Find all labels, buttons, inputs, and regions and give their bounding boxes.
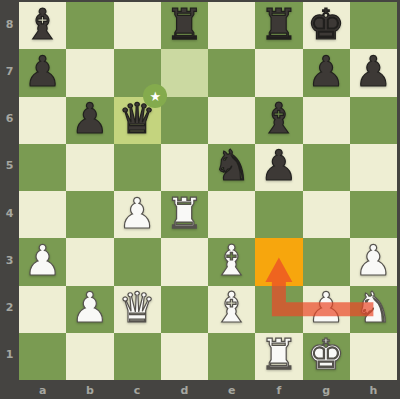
rank-label-8: 8	[0, 18, 19, 31]
square-a4[interactable]	[19, 191, 66, 238]
square-c8[interactable]	[114, 2, 161, 49]
white-queen[interactable]: ♛	[118, 287, 156, 329]
white-pawn[interactable]: ♟	[118, 193, 156, 235]
square-g3[interactable]	[303, 238, 350, 285]
square-a7[interactable]: ♟	[19, 49, 66, 96]
square-e2[interactable]: ♝	[208, 286, 255, 333]
white-bishop[interactable]: ♝	[213, 240, 251, 282]
file-label-f: f	[255, 382, 302, 399]
white-rook[interactable]: ♜	[260, 334, 298, 376]
square-d5[interactable]	[161, 144, 208, 191]
square-c2[interactable]: ♛	[114, 286, 161, 333]
square-h7[interactable]: ♟	[350, 49, 397, 96]
square-b4[interactable]	[66, 191, 113, 238]
square-b2[interactable]: ♟	[66, 286, 113, 333]
square-f1[interactable]: ♜	[255, 333, 302, 380]
white-bishop[interactable]: ♝	[213, 287, 251, 329]
square-h4[interactable]	[350, 191, 397, 238]
square-g1[interactable]: ♚	[303, 333, 350, 380]
square-c1[interactable]	[114, 333, 161, 380]
black-pawn[interactable]: ♟	[71, 98, 109, 140]
file-label-a: a	[19, 382, 66, 399]
black-rook[interactable]: ♜	[260, 4, 298, 46]
star-icon: ★	[149, 89, 161, 102]
square-c5[interactable]	[114, 144, 161, 191]
rank-label-3: 3	[0, 254, 19, 267]
square-b1[interactable]	[66, 333, 113, 380]
square-g7[interactable]: ♟	[303, 49, 350, 96]
rank-label-1: 1	[0, 348, 19, 361]
white-king[interactable]: ♚	[307, 334, 345, 376]
square-f4[interactable]	[255, 191, 302, 238]
square-b5[interactable]	[66, 144, 113, 191]
square-g2[interactable]: ♟	[303, 286, 350, 333]
white-pawn[interactable]: ♟	[355, 240, 393, 282]
square-e5[interactable]: ♞	[208, 144, 255, 191]
black-bishop[interactable]: ♝	[260, 98, 298, 140]
square-g6[interactable]	[303, 97, 350, 144]
black-king[interactable]: ♚	[307, 4, 345, 46]
square-a6[interactable]	[19, 97, 66, 144]
square-e6[interactable]	[208, 97, 255, 144]
square-f2[interactable]	[255, 286, 302, 333]
white-pawn[interactable]: ♟	[24, 240, 62, 282]
square-b8[interactable]	[66, 2, 113, 49]
square-a3[interactable]: ♟	[19, 238, 66, 285]
black-pawn[interactable]: ♟	[260, 145, 298, 187]
file-label-c: c	[114, 382, 161, 399]
file-label-e: e	[208, 382, 255, 399]
square-d8[interactable]: ♜	[161, 2, 208, 49]
rank-label-4: 4	[0, 207, 19, 220]
black-pawn[interactable]: ♟	[355, 51, 393, 93]
square-f6[interactable]: ♝	[255, 97, 302, 144]
square-g4[interactable]	[303, 191, 350, 238]
square-f3[interactable]	[255, 238, 302, 285]
square-e7[interactable]	[208, 49, 255, 96]
rank-label-2: 2	[0, 301, 19, 314]
black-rook[interactable]: ♜	[166, 4, 204, 46]
square-b3[interactable]	[66, 238, 113, 285]
file-label-h: h	[350, 382, 397, 399]
white-rook[interactable]: ♜	[166, 193, 204, 235]
square-f5[interactable]: ♟	[255, 144, 302, 191]
chess-board[interactable]: ♝♜♜♚♟♟♟♟♛♝♞♟♟♜♟♝♟♟♛♝♟♞♜♚	[19, 2, 397, 380]
black-pawn[interactable]: ♟	[307, 51, 345, 93]
square-d4[interactable]: ♜	[161, 191, 208, 238]
square-d6[interactable]	[161, 97, 208, 144]
white-pawn[interactable]: ♟	[307, 287, 345, 329]
square-e1[interactable]	[208, 333, 255, 380]
square-a2[interactable]	[19, 286, 66, 333]
black-knight[interactable]: ♞	[213, 145, 251, 187]
square-b6[interactable]: ♟	[66, 97, 113, 144]
square-d2[interactable]	[161, 286, 208, 333]
square-d7[interactable]	[161, 49, 208, 96]
square-d3[interactable]	[161, 238, 208, 285]
square-a5[interactable]	[19, 144, 66, 191]
white-knight[interactable]: ♞	[355, 287, 393, 329]
square-a8[interactable]: ♝	[19, 2, 66, 49]
file-label-d: d	[161, 382, 208, 399]
chess-board-panel: 87654321 ♝♜♜♚♟♟♟♟♛♝♞♟♟♜♟♝♟♟♛♝♟♞♜♚ abcdef…	[0, 0, 400, 399]
square-e3[interactable]: ♝	[208, 238, 255, 285]
square-e8[interactable]	[208, 2, 255, 49]
square-d1[interactable]	[161, 333, 208, 380]
square-c4[interactable]: ♟	[114, 191, 161, 238]
square-h8[interactable]	[350, 2, 397, 49]
square-f8[interactable]: ♜	[255, 2, 302, 49]
square-a1[interactable]	[19, 333, 66, 380]
square-h1[interactable]	[350, 333, 397, 380]
rank-label-6: 6	[0, 112, 19, 125]
square-b7[interactable]	[66, 49, 113, 96]
black-bishop[interactable]: ♝	[24, 4, 62, 46]
file-label-g: g	[303, 382, 350, 399]
file-label-b: b	[66, 382, 113, 399]
square-h5[interactable]	[350, 144, 397, 191]
square-g8[interactable]: ♚	[303, 2, 350, 49]
square-h2[interactable]: ♞	[350, 286, 397, 333]
rank-label-7: 7	[0, 65, 19, 78]
square-g5[interactable]	[303, 144, 350, 191]
white-pawn[interactable]: ♟	[71, 287, 109, 329]
square-h6[interactable]	[350, 97, 397, 144]
rank-label-5: 5	[0, 159, 19, 172]
square-h3[interactable]: ♟	[350, 238, 397, 285]
black-pawn[interactable]: ♟	[24, 51, 62, 93]
square-e4[interactable]	[208, 191, 255, 238]
square-f7[interactable]	[255, 49, 302, 96]
square-c3[interactable]	[114, 238, 161, 285]
